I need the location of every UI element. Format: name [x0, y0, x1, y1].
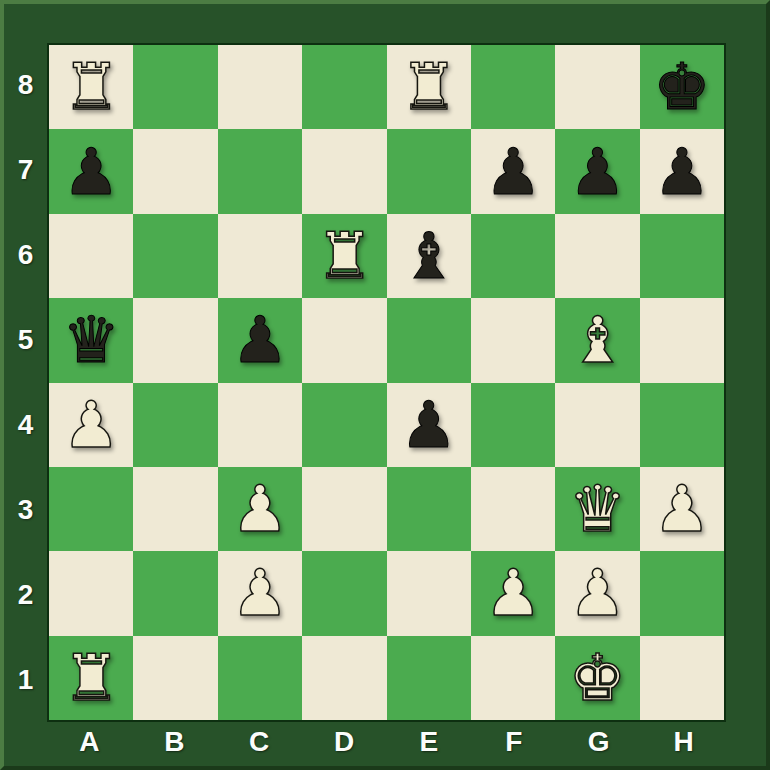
piece-white-pawn: ♟ — [569, 561, 626, 625]
file-label-d: D — [302, 722, 387, 762]
piece-black-pawn: ♟ — [231, 308, 288, 372]
square-e4[interactable]: ♟ — [387, 383, 471, 467]
square-c3[interactable]: ♟ — [218, 467, 302, 551]
piece-white-rook: ♜ — [63, 646, 120, 710]
piece-black-queen: ♛ — [63, 308, 120, 372]
square-h4[interactable] — [640, 383, 724, 467]
square-b3[interactable] — [133, 467, 217, 551]
piece-white-pawn: ♟ — [653, 477, 710, 541]
file-label-f: F — [471, 722, 556, 762]
square-f2[interactable]: ♟ — [471, 551, 555, 635]
piece-black-pawn: ♟ — [400, 393, 457, 457]
square-a4[interactable]: ♟ — [49, 383, 133, 467]
piece-white-rook: ♜ — [63, 55, 120, 119]
square-e5[interactable] — [387, 298, 471, 382]
square-c5[interactable]: ♟ — [218, 298, 302, 382]
square-g5[interactable]: ♝ — [555, 298, 639, 382]
square-e3[interactable] — [387, 467, 471, 551]
square-h5[interactable] — [640, 298, 724, 382]
square-a1[interactable]: ♜ — [49, 636, 133, 720]
square-g8[interactable] — [555, 45, 639, 129]
rank-label-3: 3 — [4, 467, 47, 552]
square-e1[interactable] — [387, 636, 471, 720]
square-a5[interactable]: ♛ — [49, 298, 133, 382]
square-f7[interactable]: ♟ — [471, 129, 555, 213]
square-c6[interactable] — [218, 214, 302, 298]
square-b1[interactable] — [133, 636, 217, 720]
square-c8[interactable] — [218, 45, 302, 129]
piece-white-pawn: ♟ — [231, 477, 288, 541]
square-d2[interactable] — [302, 551, 386, 635]
file-label-e: E — [387, 722, 472, 762]
square-b4[interactable] — [133, 383, 217, 467]
file-labels: ABCDEFGH — [47, 722, 726, 762]
square-c1[interactable] — [218, 636, 302, 720]
file-label-a: A — [47, 722, 132, 762]
square-e7[interactable] — [387, 129, 471, 213]
square-a6[interactable] — [49, 214, 133, 298]
square-h8[interactable]: ♚ — [640, 45, 724, 129]
square-h2[interactable] — [640, 551, 724, 635]
square-f8[interactable] — [471, 45, 555, 129]
square-f4[interactable] — [471, 383, 555, 467]
square-a2[interactable] — [49, 551, 133, 635]
square-g2[interactable]: ♟ — [555, 551, 639, 635]
square-d5[interactable] — [302, 298, 386, 382]
file-label-g: G — [556, 722, 641, 762]
square-d6[interactable]: ♜ — [302, 214, 386, 298]
square-d4[interactable] — [302, 383, 386, 467]
square-a3[interactable] — [49, 467, 133, 551]
square-a8[interactable]: ♜ — [49, 45, 133, 129]
square-h7[interactable]: ♟ — [640, 129, 724, 213]
rank-label-1: 1 — [4, 637, 47, 722]
piece-white-bishop: ♝ — [569, 308, 626, 372]
square-c2[interactable]: ♟ — [218, 551, 302, 635]
rank-label-4: 4 — [4, 383, 47, 468]
piece-white-pawn: ♟ — [231, 561, 288, 625]
chess-board-frame: 87654321 ♜♜♚♟♟♟♟♜♝♛♟♝♟♟♟♛♟♟♟♟♜♚ ABCDEFGH — [0, 0, 770, 770]
square-g3[interactable]: ♛ — [555, 467, 639, 551]
piece-white-rook: ♜ — [316, 224, 373, 288]
square-h3[interactable]: ♟ — [640, 467, 724, 551]
square-d3[interactable] — [302, 467, 386, 551]
piece-black-pawn: ♟ — [653, 140, 710, 204]
rank-label-7: 7 — [4, 128, 47, 213]
square-b8[interactable] — [133, 45, 217, 129]
square-b6[interactable] — [133, 214, 217, 298]
piece-white-pawn: ♟ — [484, 561, 541, 625]
rank-label-5: 5 — [4, 298, 47, 383]
square-f5[interactable] — [471, 298, 555, 382]
piece-white-king: ♚ — [569, 646, 626, 710]
piece-black-bishop: ♝ — [400, 224, 457, 288]
square-d8[interactable] — [302, 45, 386, 129]
rank-label-8: 8 — [4, 43, 47, 128]
rank-labels: 87654321 — [4, 43, 47, 722]
square-a7[interactable]: ♟ — [49, 129, 133, 213]
square-b5[interactable] — [133, 298, 217, 382]
file-label-h: H — [641, 722, 726, 762]
piece-black-king: ♚ — [653, 55, 710, 119]
square-f6[interactable] — [471, 214, 555, 298]
square-f3[interactable] — [471, 467, 555, 551]
square-f1[interactable] — [471, 636, 555, 720]
piece-black-pawn: ♟ — [484, 140, 541, 204]
square-b7[interactable] — [133, 129, 217, 213]
square-c7[interactable] — [218, 129, 302, 213]
piece-black-pawn: ♟ — [569, 140, 626, 204]
square-d7[interactable] — [302, 129, 386, 213]
square-g7[interactable]: ♟ — [555, 129, 639, 213]
square-d1[interactable] — [302, 636, 386, 720]
file-label-c: C — [217, 722, 302, 762]
rank-label-2: 2 — [4, 552, 47, 637]
file-label-b: B — [132, 722, 217, 762]
square-e2[interactable] — [387, 551, 471, 635]
square-b2[interactable] — [133, 551, 217, 635]
square-c4[interactable] — [218, 383, 302, 467]
square-h1[interactable] — [640, 636, 724, 720]
piece-white-rook: ♜ — [400, 55, 457, 119]
square-g1[interactable]: ♚ — [555, 636, 639, 720]
square-g6[interactable] — [555, 214, 639, 298]
piece-white-pawn: ♟ — [63, 393, 120, 457]
piece-black-pawn: ♟ — [63, 140, 120, 204]
rank-label-6: 6 — [4, 213, 47, 298]
square-e6[interactable]: ♝ — [387, 214, 471, 298]
chess-board: ♜♜♚♟♟♟♟♜♝♛♟♝♟♟♟♛♟♟♟♟♜♚ — [47, 43, 726, 722]
piece-white-queen: ♛ — [569, 477, 626, 541]
square-h6[interactable] — [640, 214, 724, 298]
square-e8[interactable]: ♜ — [387, 45, 471, 129]
square-g4[interactable] — [555, 383, 639, 467]
